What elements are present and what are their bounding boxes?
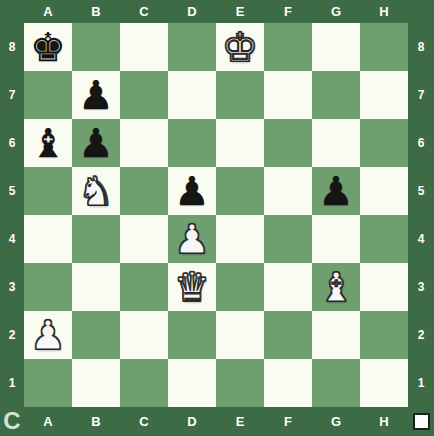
rank-label-8: 8: [0, 23, 24, 71]
rank-label-5: 5: [0, 167, 24, 215]
file-label-e: E: [216, 407, 264, 436]
frame-corner-top-right: [408, 0, 434, 23]
square-f5[interactable]: [264, 167, 312, 215]
frame-corner-top-left: [0, 0, 24, 23]
piece-white-king: ♚: [222, 23, 258, 71]
frame-corner-bottom-left: C: [0, 407, 24, 436]
rank-label-4: 4: [0, 215, 24, 263]
rank-label-1: 1: [0, 359, 24, 407]
piece-white-queen: ♛: [174, 263, 210, 311]
rank-label-2: 2: [408, 311, 434, 359]
square-c6[interactable]: [120, 119, 168, 167]
file-label-f: F: [264, 0, 312, 23]
piece-black-king: ♚: [30, 23, 66, 71]
square-a3[interactable]: [24, 263, 72, 311]
square-h6[interactable]: [360, 119, 408, 167]
square-h8[interactable]: [360, 23, 408, 71]
square-h5[interactable]: [360, 167, 408, 215]
piece-black-pawn: ♟: [78, 119, 114, 167]
piece-white-pawn: ♟: [30, 311, 66, 359]
square-b4[interactable]: [72, 215, 120, 263]
square-e3[interactable]: [216, 263, 264, 311]
square-c1[interactable]: [120, 359, 168, 407]
square-a2[interactable]: ♟: [24, 311, 72, 359]
square-d5[interactable]: ♟: [168, 167, 216, 215]
square-f1[interactable]: [264, 359, 312, 407]
piece-black-pawn: ♟: [78, 71, 114, 119]
square-d3[interactable]: ♛: [168, 263, 216, 311]
square-e6[interactable]: [216, 119, 264, 167]
square-f3[interactable]: [264, 263, 312, 311]
square-f6[interactable]: [264, 119, 312, 167]
square-f8[interactable]: [264, 23, 312, 71]
file-label-f: F: [264, 407, 312, 436]
square-b3[interactable]: [72, 263, 120, 311]
square-g4[interactable]: [312, 215, 360, 263]
rank-label-7: 7: [408, 71, 434, 119]
square-b8[interactable]: [72, 23, 120, 71]
chess-board: ♚♚♟♝♟♞♟♟♟♛♝♟: [24, 23, 408, 407]
rank-label-3: 3: [408, 263, 434, 311]
square-c3[interactable]: [120, 263, 168, 311]
file-labels-top: ABCDEFGH: [24, 0, 408, 23]
square-a5[interactable]: [24, 167, 72, 215]
square-g2[interactable]: [312, 311, 360, 359]
square-d4[interactable]: ♟: [168, 215, 216, 263]
piece-black-pawn: ♟: [318, 167, 354, 215]
square-b5[interactable]: ♞: [72, 167, 120, 215]
square-g8[interactable]: [312, 23, 360, 71]
square-f4[interactable]: [264, 215, 312, 263]
rank-labels-right: 87654321: [408, 23, 434, 407]
square-h3[interactable]: [360, 263, 408, 311]
rank-label-7: 7: [0, 71, 24, 119]
square-g1[interactable]: [312, 359, 360, 407]
square-e8[interactable]: ♚: [216, 23, 264, 71]
white-to-move-indicator: [413, 413, 430, 430]
file-label-c: C: [120, 0, 168, 23]
square-b1[interactable]: [72, 359, 120, 407]
square-d6[interactable]: [168, 119, 216, 167]
square-g7[interactable]: [312, 71, 360, 119]
rank-label-5: 5: [408, 167, 434, 215]
file-label-b: B: [72, 407, 120, 436]
square-a7[interactable]: [24, 71, 72, 119]
file-label-h: H: [360, 407, 408, 436]
square-c4[interactable]: [120, 215, 168, 263]
chess-board-frame: ABCDEFGH 87654321 ♚♚♟♝♟♞♟♟♟♛♝♟ 87654321 …: [0, 0, 434, 436]
square-a1[interactable]: [24, 359, 72, 407]
square-f7[interactable]: [264, 71, 312, 119]
square-b7[interactable]: ♟: [72, 71, 120, 119]
file-label-d: D: [168, 407, 216, 436]
square-c5[interactable]: [120, 167, 168, 215]
file-label-c: C: [120, 407, 168, 436]
piece-white-knight: ♞: [78, 167, 114, 215]
square-h7[interactable]: [360, 71, 408, 119]
square-b6[interactable]: ♟: [72, 119, 120, 167]
square-d2[interactable]: [168, 311, 216, 359]
rank-label-2: 2: [0, 311, 24, 359]
square-d7[interactable]: [168, 71, 216, 119]
rank-label-1: 1: [408, 359, 434, 407]
square-e7[interactable]: [216, 71, 264, 119]
square-h1[interactable]: [360, 359, 408, 407]
square-g6[interactable]: [312, 119, 360, 167]
square-e4[interactable]: [216, 215, 264, 263]
piece-black-bishop: ♝: [30, 119, 66, 167]
file-label-g: G: [312, 0, 360, 23]
square-h4[interactable]: [360, 215, 408, 263]
square-c8[interactable]: [120, 23, 168, 71]
square-c7[interactable]: [120, 71, 168, 119]
rank-label-4: 4: [408, 215, 434, 263]
file-label-h: H: [360, 0, 408, 23]
square-e1[interactable]: [216, 359, 264, 407]
file-label-g: G: [312, 407, 360, 436]
square-f2[interactable]: [264, 311, 312, 359]
rank-labels-left: 87654321: [0, 23, 24, 407]
square-d8[interactable]: [168, 23, 216, 71]
piece-white-bishop: ♝: [318, 263, 354, 311]
piece-black-pawn: ♟: [174, 167, 210, 215]
file-label-e: E: [216, 0, 264, 23]
square-b2[interactable]: [72, 311, 120, 359]
square-a4[interactable]: [24, 215, 72, 263]
rank-label-6: 6: [0, 119, 24, 167]
rank-label-6: 6: [408, 119, 434, 167]
square-a8[interactable]: ♚: [24, 23, 72, 71]
rank-label-8: 8: [408, 23, 434, 71]
square-g3[interactable]: ♝: [312, 263, 360, 311]
file-label-b: B: [72, 0, 120, 23]
square-e5[interactable]: [216, 167, 264, 215]
file-label-a: A: [24, 0, 72, 23]
square-e2[interactable]: [216, 311, 264, 359]
square-g5[interactable]: ♟: [312, 167, 360, 215]
square-d1[interactable]: [168, 359, 216, 407]
piece-white-pawn: ♟: [174, 215, 210, 263]
square-a6[interactable]: ♝: [24, 119, 72, 167]
rank-label-3: 3: [0, 263, 24, 311]
square-c2[interactable]: [120, 311, 168, 359]
square-h2[interactable]: [360, 311, 408, 359]
site-logo-c: C: [3, 406, 20, 435]
file-label-d: D: [168, 0, 216, 23]
file-labels-bottom: ABCDEFGH: [24, 407, 408, 436]
frame-corner-bottom-right: [408, 407, 434, 436]
file-label-a: A: [24, 407, 72, 436]
